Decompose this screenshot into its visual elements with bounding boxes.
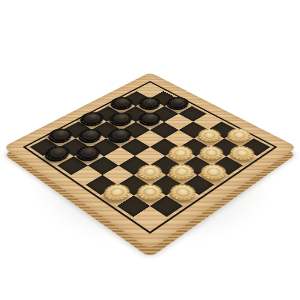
square-r4-c6[interactable] bbox=[166, 165, 198, 185]
playing-area-border bbox=[23, 81, 278, 234]
natural-checker[interactable] bbox=[226, 143, 259, 163]
natural-checker[interactable] bbox=[197, 161, 231, 182]
board-top bbox=[3, 72, 297, 250]
perspective-scene bbox=[0, 0, 300, 300]
square-r2-c6[interactable] bbox=[196, 147, 227, 165]
checkers-board bbox=[3, 72, 297, 250]
product-photo bbox=[0, 0, 300, 300]
checkers-grid bbox=[30, 84, 270, 228]
